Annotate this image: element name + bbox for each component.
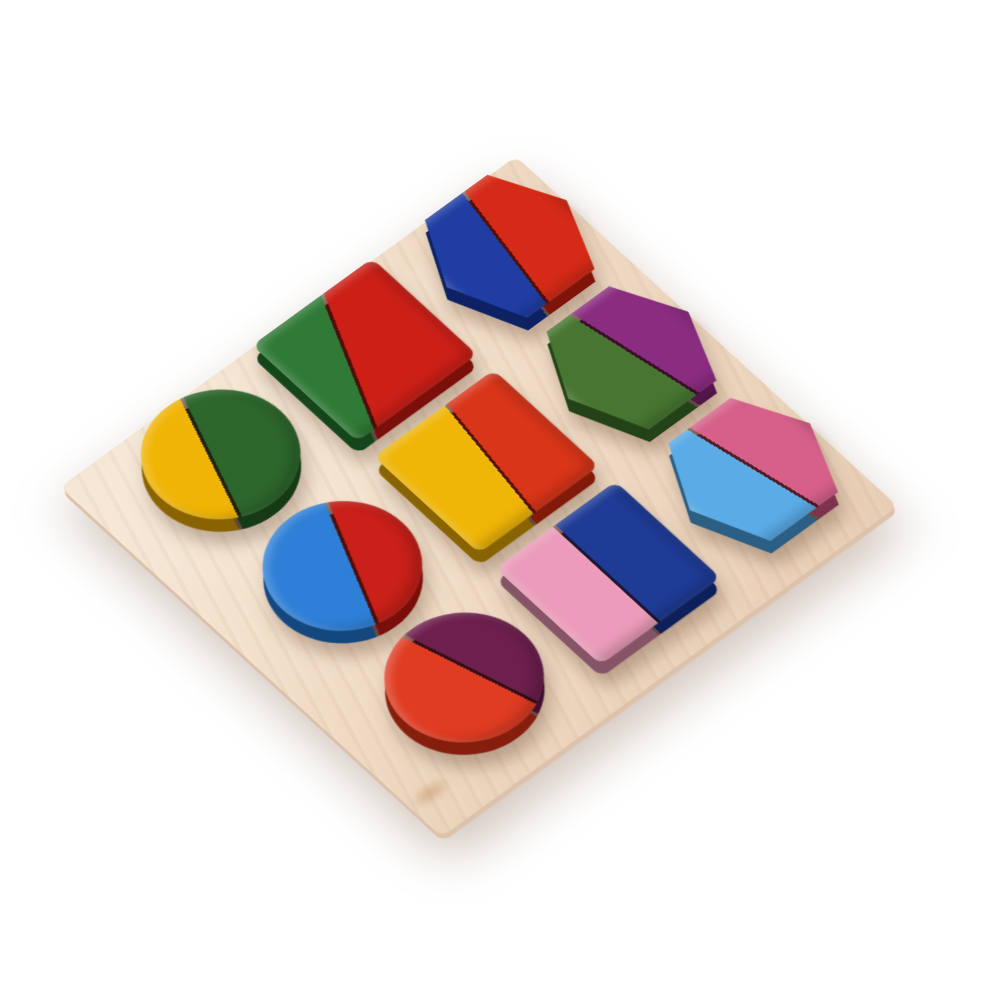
puzzle-grid [109,168,865,783]
wood-knot-mark [404,772,457,813]
product-photo-scene [0,0,1000,1000]
puzzle-board-perspective-wrap [60,156,898,836]
puzzle-board [60,156,898,836]
